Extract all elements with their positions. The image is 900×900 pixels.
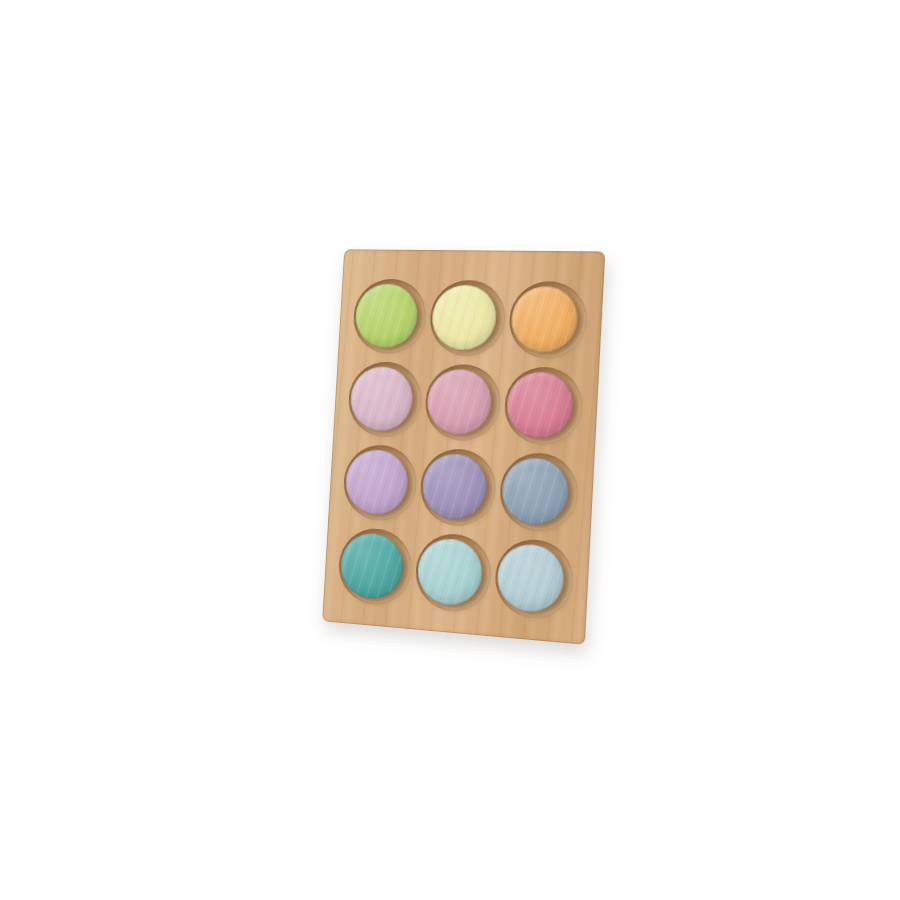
disc-pink[interactable] [426, 368, 493, 436]
disc-pale-yellow[interactable] [431, 285, 498, 351]
hole-r1c2 [428, 280, 507, 357]
disc-orange[interactable] [510, 286, 580, 353]
disc-teal[interactable] [339, 531, 405, 600]
disc-aqua[interactable] [416, 537, 484, 608]
disc-lavender[interactable] [344, 448, 410, 516]
disc-purple[interactable] [421, 452, 489, 521]
hole-r2c1 [347, 361, 423, 439]
hole-r1c1 [352, 279, 428, 355]
disc-pale-blue[interactable] [496, 542, 566, 614]
hole-r4c2 [414, 532, 493, 614]
sorting-board [322, 249, 605, 644]
hole-r2c3 [503, 366, 584, 446]
hole-r2c2 [424, 363, 503, 442]
disc-pale-pink[interactable] [349, 366, 414, 433]
hole-r3c2 [419, 447, 498, 528]
hole-r4c3 [494, 537, 575, 621]
hole-r3c1 [342, 443, 418, 522]
disc-lime-green[interactable] [354, 283, 419, 348]
disc-rose-pink[interactable] [505, 371, 575, 440]
hole-r1c3 [508, 281, 589, 360]
disc-steel-blue[interactable] [500, 456, 570, 526]
hole-r4c1 [337, 526, 414, 607]
board-front-face [322, 249, 605, 644]
hole-r3c3 [498, 451, 579, 533]
product-photo [322, 250, 596, 642]
